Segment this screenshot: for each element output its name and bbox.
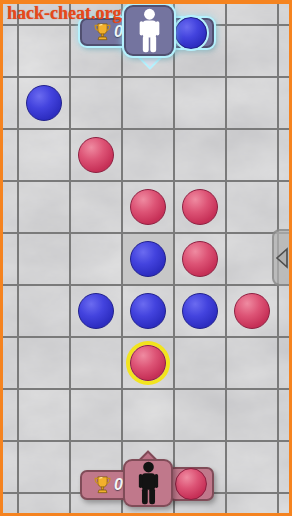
bottom-avatar-box: [123, 459, 173, 507]
game-piece-red-last-move: [130, 345, 166, 381]
game-piece-blue: [130, 241, 166, 277]
game-piece-red: [130, 189, 166, 225]
top-piece-box: [168, 18, 214, 48]
top-avatar-box: [124, 5, 174, 56]
game-piece-blue: [78, 293, 114, 329]
red-disc-icon: [175, 468, 207, 500]
game-piece-blue: [26, 85, 62, 121]
watermark: hack-cheat.org: [7, 3, 121, 24]
game-piece-blue: [182, 293, 218, 329]
game-piece-red: [182, 241, 218, 277]
blue-disc-icon: [175, 17, 207, 49]
game-screen: 0: [0, 0, 292, 516]
pieces-layer: [0, 0, 292, 516]
game-piece-blue: [130, 293, 166, 329]
trophy-icon: [94, 22, 111, 42]
bottom-piece-box: [168, 467, 214, 501]
game-piece-red: [234, 293, 270, 329]
trophy-icon: [94, 475, 111, 495]
side-panel-handle[interactable]: [272, 229, 292, 286]
person-icon: [134, 8, 165, 53]
bottom-score-value: 0: [114, 476, 123, 494]
top-score-value: 0: [114, 23, 123, 41]
game-piece-red: [182, 189, 218, 225]
game-piece-red: [78, 137, 114, 173]
person-icon: [133, 461, 164, 505]
chevron-left-icon: [274, 247, 290, 269]
